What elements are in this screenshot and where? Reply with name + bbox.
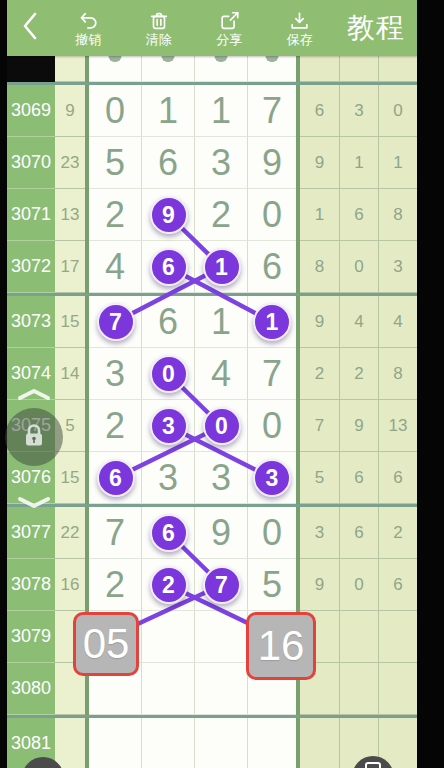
digit-cell[interactable]: 3 — [195, 137, 248, 189]
digit-cell[interactable]: 1 — [195, 85, 248, 137]
stat-cell[interactable] — [340, 611, 379, 663]
save-button[interactable]: 保存 — [265, 0, 336, 56]
digit-cell[interactable]: 2 — [89, 559, 142, 611]
prediction-box[interactable]: 05 — [73, 612, 139, 676]
digit-cell[interactable] — [142, 663, 195, 715]
undo-button[interactable]: 撤销 — [53, 0, 124, 56]
digit-cell[interactable]: 0 — [248, 507, 296, 559]
circle-mark[interactable]: 1 — [253, 303, 291, 341]
count-cell — [55, 718, 85, 768]
digit-bottom-clipped — [109, 56, 122, 62]
stat-cell[interactable]: 4 — [379, 296, 417, 348]
stat-cell[interactable]: 6 — [379, 559, 417, 611]
digit-cell[interactable] — [195, 611, 248, 663]
circle-mark[interactable]: 6 — [150, 514, 188, 552]
stat-cell[interactable]: 8 — [379, 189, 417, 241]
digit-cell[interactable]: 6 — [142, 137, 195, 189]
digit-cell[interactable]: 0 — [248, 400, 296, 452]
count-cell — [55, 56, 85, 82]
issue-cell: 3071 — [7, 189, 55, 241]
count-cell: 9 — [55, 85, 85, 137]
circle-mark[interactable]: 3 — [253, 459, 291, 497]
digit-cell[interactable]: 7 — [248, 348, 296, 400]
stat-cell[interactable]: 8 — [300, 241, 340, 293]
stat-cell[interactable]: 2 — [300, 348, 340, 400]
digit-bottom-clipped — [266, 56, 279, 62]
stat-cell[interactable] — [379, 663, 417, 715]
digit-cell[interactable]: 5 — [248, 559, 296, 611]
share-icon — [218, 10, 241, 32]
circle-mark[interactable]: 7 — [203, 566, 241, 604]
stat-cell[interactable]: 13 — [379, 400, 417, 452]
digit-bottom-clipped — [215, 56, 228, 62]
digit-cell[interactable]: 2 — [195, 189, 248, 241]
issue-cell: 3073 — [7, 296, 55, 348]
stat-cell[interactable]: 6 — [340, 507, 379, 559]
digit-cell[interactable] — [248, 718, 296, 768]
tutorial-button[interactable]: 教程 — [335, 0, 417, 56]
stat-cell[interactable] — [300, 56, 340, 82]
count-cell: 15 — [55, 452, 85, 504]
digit-cell[interactable]: 1 — [142, 85, 195, 137]
count-cell: 22 — [55, 507, 85, 559]
stat-cell[interactable] — [379, 611, 417, 663]
group-separator — [7, 715, 417, 718]
circle-mark[interactable]: 9 — [150, 196, 188, 234]
app-screen: 撤销 清除 分享 保存 教程 3069901176303070235639911… — [0, 0, 444, 768]
stat-cell[interactable]: 7 — [300, 400, 340, 452]
issue-cell: 3077 — [7, 507, 55, 559]
stat-cell[interactable]: 6 — [340, 189, 379, 241]
stat-cell[interactable]: 2 — [340, 348, 379, 400]
circle-mark[interactable]: 1 — [203, 248, 241, 286]
save-label: 保存 — [287, 33, 313, 47]
group-separator — [7, 293, 417, 296]
digit-bottom-clipped — [162, 56, 175, 62]
digit-cell[interactable]: 2 — [89, 189, 142, 241]
digit-cell[interactable] — [195, 718, 248, 768]
stat-cell[interactable] — [340, 56, 379, 82]
digit-cell[interactable]: 7 — [248, 85, 296, 137]
circle-mark[interactable]: 0 — [203, 407, 241, 445]
digit-cell[interactable]: 3 — [195, 452, 248, 504]
count-cell: 17 — [55, 241, 85, 293]
digit-cell[interactable] — [142, 718, 195, 768]
stat-cell[interactable]: 4 — [340, 296, 379, 348]
circle-mark[interactable]: 7 — [97, 303, 135, 341]
lock-button[interactable] — [5, 408, 63, 466]
clear-label: 清除 — [146, 33, 172, 47]
issue-cell: 3079 — [7, 611, 55, 663]
circle-mark[interactable]: 3 — [150, 407, 188, 445]
digit-cell[interactable]: 4 — [89, 241, 142, 293]
digit-cell[interactable]: 0 — [89, 85, 142, 137]
digit-cell[interactable] — [142, 56, 195, 82]
clear-button[interactable]: 清除 — [124, 0, 195, 56]
digit-cell[interactable]: 4 — [195, 348, 248, 400]
trash-icon — [148, 10, 170, 32]
stat-cell[interactable]: 6 — [340, 452, 379, 504]
stat-cell[interactable]: 0 — [379, 85, 417, 137]
prediction-box[interactable]: 16 — [246, 612, 316, 680]
stat-cell[interactable]: 0 — [340, 241, 379, 293]
digit-cell[interactable]: 0 — [248, 189, 296, 241]
digit-cell[interactable]: 3 — [89, 348, 142, 400]
digit-cell[interactable]: 3 — [142, 452, 195, 504]
share-button[interactable]: 分享 — [194, 0, 265, 56]
circle-mark[interactable]: 6 — [150, 248, 188, 286]
stat-cell[interactable]: 3 — [300, 507, 340, 559]
digit-cell[interactable]: 6 — [248, 241, 296, 293]
issue-cell: 3070 — [7, 137, 55, 189]
stat-cell[interactable]: 0 — [340, 559, 379, 611]
circle-mark[interactable]: 0 — [150, 355, 188, 393]
back-button[interactable] — [7, 0, 53, 56]
group-separator — [7, 504, 417, 507]
stat-cell[interactable]: 1 — [340, 137, 379, 189]
share-label: 分享 — [216, 33, 242, 47]
digit-cell[interactable] — [195, 663, 248, 715]
digit-cell[interactable] — [89, 718, 142, 768]
stat-cell[interactable]: 2 — [379, 507, 417, 559]
chevron-down-icon[interactable] — [16, 496, 52, 510]
stat-cell[interactable]: 3 — [340, 85, 379, 137]
circle-mark[interactable]: 2 — [150, 566, 188, 604]
digit-cell[interactable]: 5 — [89, 137, 142, 189]
toolbar: 撤销 清除 分享 保存 教程 — [7, 0, 417, 56]
digit-cell[interactable]: 7 — [89, 507, 142, 559]
stat-cell[interactable] — [300, 718, 340, 768]
chevron-left-icon — [21, 11, 39, 45]
digit-cell[interactable] — [248, 56, 296, 82]
digit-cell[interactable]: 2 — [89, 400, 142, 452]
count-cell: 16 — [55, 559, 85, 611]
issue-cell — [7, 56, 55, 82]
digit-cell[interactable]: 6 — [142, 296, 195, 348]
undo-icon — [76, 10, 100, 32]
digit-cell[interactable]: 1 — [195, 296, 248, 348]
stat-cell[interactable]: 9 — [300, 559, 340, 611]
stat-cell[interactable]: 6 — [379, 452, 417, 504]
issue-cell: 3080 — [7, 663, 55, 715]
stat-cell[interactable]: 1 — [300, 189, 340, 241]
issue-cell: 3069 — [7, 85, 55, 137]
stat-cell[interactable]: 9 — [300, 137, 340, 189]
circle-mark[interactable]: 6 — [97, 459, 135, 497]
issue-cell: 3078 — [7, 559, 55, 611]
download-icon — [288, 10, 311, 32]
stat-cell[interactable]: 9 — [340, 400, 379, 452]
undo-label: 撤销 — [75, 33, 101, 47]
digit-cell[interactable] — [195, 56, 248, 82]
stat-cell[interactable]: 3 — [379, 241, 417, 293]
issue-cell: 3072 — [7, 241, 55, 293]
count-cell: 13 — [55, 189, 85, 241]
group-separator — [7, 82, 417, 85]
stat-cell[interactable] — [340, 663, 379, 715]
stat-cell[interactable]: 5 — [300, 452, 340, 504]
count-cell: 15 — [55, 296, 85, 348]
digit-cell[interactable]: 9 — [195, 507, 248, 559]
count-cell: 14 — [55, 348, 85, 400]
stat-cell[interactable]: 1 — [379, 137, 417, 189]
digit-cell[interactable]: 9 — [248, 137, 296, 189]
stat-cell[interactable]: 6 — [300, 85, 340, 137]
lock-icon — [19, 420, 49, 454]
digit-cell[interactable] — [142, 611, 195, 663]
stat-cell[interactable]: 9 — [300, 296, 340, 348]
stat-cell[interactable]: 8 — [379, 348, 417, 400]
count-cell: 23 — [55, 137, 85, 189]
chevron-up-icon[interactable] — [16, 387, 52, 401]
stat-cell[interactable] — [379, 56, 417, 82]
digit-cell[interactable] — [89, 56, 142, 82]
draw-tool-icon — [365, 762, 381, 768]
